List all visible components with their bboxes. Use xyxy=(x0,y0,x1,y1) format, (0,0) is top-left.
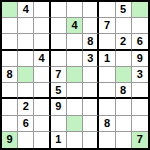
cell-r5c3-empty[interactable] xyxy=(34,67,50,83)
cell-r6c6-empty[interactable] xyxy=(83,83,99,99)
cell-r8c2-given-6[interactable]: 6 xyxy=(18,116,34,132)
cell-r6c1-empty[interactable] xyxy=(2,83,18,99)
cell-r4c3-given-4[interactable]: 4 xyxy=(34,51,50,67)
cell-r7c4-given-9[interactable]: 9 xyxy=(51,99,67,115)
cell-r2c7-given-7[interactable]: 7 xyxy=(99,18,115,34)
cell-r8c6-empty[interactable] xyxy=(83,116,99,132)
cell-r7c9-empty[interactable] xyxy=(132,99,148,115)
cell-r4c6-given-3[interactable]: 3 xyxy=(83,51,99,67)
cell-r3c4-empty[interactable] xyxy=(51,34,67,50)
cell-r6c5-empty[interactable] xyxy=(67,83,83,99)
cell-r9c1-given-9[interactable]: 9 xyxy=(2,132,18,148)
cell-r6c8-given-8[interactable]: 8 xyxy=(116,83,132,99)
cell-r5c8-empty[interactable] xyxy=(116,67,132,83)
cell-r1c8-given-5[interactable]: 5 xyxy=(116,2,132,18)
cell-r1c4-empty[interactable] xyxy=(51,2,67,18)
cell-r6c7-empty[interactable] xyxy=(99,83,115,99)
cell-r9c7-empty[interactable] xyxy=(99,132,115,148)
cell-r9c4-given-1[interactable]: 1 xyxy=(51,132,67,148)
cell-r3c3-empty[interactable] xyxy=(34,34,50,50)
cell-r8c8-empty[interactable] xyxy=(116,116,132,132)
cell-r3c9-given-6[interactable]: 6 xyxy=(132,34,148,50)
cell-r2c8-empty[interactable] xyxy=(116,18,132,34)
cell-r7c5-empty[interactable] xyxy=(67,99,83,115)
sudoku-board: 45478264319873582968917 xyxy=(0,0,150,150)
cell-r2c3-empty[interactable] xyxy=(34,18,50,34)
cell-r1c7-empty[interactable] xyxy=(99,2,115,18)
cell-r9c3-empty[interactable] xyxy=(34,132,50,148)
cell-r5c9-given-3[interactable]: 3 xyxy=(132,67,148,83)
cell-r9c6-empty[interactable] xyxy=(83,132,99,148)
cell-r2c9-empty[interactable] xyxy=(132,18,148,34)
cell-r4c7-given-1[interactable]: 1 xyxy=(99,51,115,67)
cell-r3c8-given-2[interactable]: 2 xyxy=(116,34,132,50)
cell-r3c5-empty[interactable] xyxy=(67,34,83,50)
cell-r6c2-empty[interactable] xyxy=(18,83,34,99)
cell-r1c9-empty[interactable] xyxy=(132,2,148,18)
cell-r1c3-empty[interactable] xyxy=(34,2,50,18)
cell-r7c2-given-2[interactable]: 2 xyxy=(18,99,34,115)
cell-r8c3-empty[interactable] xyxy=(34,116,50,132)
cell-r5c7-empty[interactable] xyxy=(99,67,115,83)
cell-r9c5-empty[interactable] xyxy=(67,132,83,148)
cell-r4c8-empty[interactable] xyxy=(116,51,132,67)
cell-r4c4-empty[interactable] xyxy=(51,51,67,67)
sudoku-page: 45478264319873582968917 xyxy=(0,0,150,150)
cell-r7c8-empty[interactable] xyxy=(116,99,132,115)
cell-r7c1-empty[interactable] xyxy=(2,99,18,115)
cell-r1c2-given-4[interactable]: 4 xyxy=(18,2,34,18)
cell-r5c4-given-7[interactable]: 7 xyxy=(51,67,67,83)
cell-r9c9-given-7[interactable]: 7 xyxy=(132,132,148,148)
cell-r2c2-empty[interactable] xyxy=(18,18,34,34)
cell-r5c1-given-8[interactable]: 8 xyxy=(2,67,18,83)
cell-r6c9-empty[interactable] xyxy=(132,83,148,99)
cell-r5c6-empty[interactable] xyxy=(83,67,99,83)
cell-r3c7-empty[interactable] xyxy=(99,34,115,50)
cell-r8c9-empty[interactable] xyxy=(132,116,148,132)
cell-r8c7-given-8[interactable]: 8 xyxy=(99,116,115,132)
cell-r4c9-given-9[interactable]: 9 xyxy=(132,51,148,67)
cell-r2c5-given-4[interactable]: 4 xyxy=(67,18,83,34)
cell-r9c2-empty[interactable] xyxy=(18,132,34,148)
cell-r8c1-empty[interactable] xyxy=(2,116,18,132)
cell-r2c6-empty[interactable] xyxy=(83,18,99,34)
cell-r3c2-empty[interactable] xyxy=(18,34,34,50)
cell-r1c1-empty[interactable] xyxy=(2,2,18,18)
cell-r8c4-empty[interactable] xyxy=(51,116,67,132)
cell-r3c6-given-8[interactable]: 8 xyxy=(83,34,99,50)
cell-r8c5-empty[interactable] xyxy=(67,116,83,132)
cell-r7c3-empty[interactable] xyxy=(34,99,50,115)
cell-r5c5-empty[interactable] xyxy=(67,67,83,83)
cell-r4c2-empty[interactable] xyxy=(18,51,34,67)
cell-r2c1-empty[interactable] xyxy=(2,18,18,34)
cell-r3c1-empty[interactable] xyxy=(2,34,18,50)
cell-r2c4-empty[interactable] xyxy=(51,18,67,34)
cell-r1c6-empty[interactable] xyxy=(83,2,99,18)
cell-r6c3-empty[interactable] xyxy=(34,83,50,99)
cell-r9c8-empty[interactable] xyxy=(116,132,132,148)
cell-r7c6-empty[interactable] xyxy=(83,99,99,115)
cell-r5c2-empty[interactable] xyxy=(18,67,34,83)
cell-r4c1-empty[interactable] xyxy=(2,51,18,67)
cell-r7c7-empty[interactable] xyxy=(99,99,115,115)
cell-r6c4-given-5[interactable]: 5 xyxy=(51,83,67,99)
cell-r1c5-empty[interactable] xyxy=(67,2,83,18)
cell-r4c5-empty[interactable] xyxy=(67,51,83,67)
